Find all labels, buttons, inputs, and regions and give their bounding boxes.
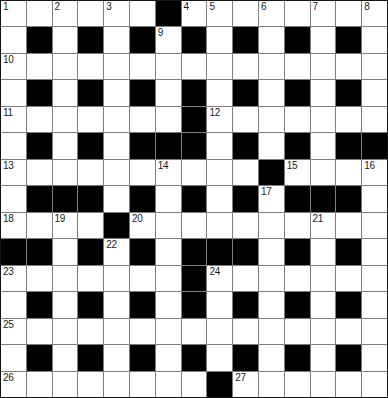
blocked-cell [78,133,103,158]
blocked-cell [130,27,155,52]
clue-number: 3 [106,1,111,13]
letter-cell[interactable] [336,54,361,79]
letter-cell[interactable] [130,54,155,79]
letter-cell[interactable] [156,319,181,344]
letter-cell[interactable] [259,107,284,132]
letter-cell[interactable] [311,372,336,397]
letter-cell[interactable] [104,160,129,185]
letter-cell[interactable] [78,107,103,132]
letter-cell[interactable]: 15 [285,160,310,185]
letter-cell[interactable] [182,372,207,397]
blocked-cell [233,345,258,370]
clue-number: 16 [364,160,375,172]
letter-cell[interactable]: 17 [259,186,284,211]
letter-cell[interactable] [53,80,78,105]
clue-number: 14 [158,160,169,172]
blocked-cell [336,186,361,211]
letter-cell[interactable] [362,292,387,317]
clue-number: 18 [3,213,14,225]
blocked-cell [104,213,129,238]
letter-cell[interactable] [362,107,387,132]
letter-cell[interactable] [156,345,181,370]
letter-cell[interactable] [259,54,284,79]
letter-cell[interactable]: 2 [53,1,78,26]
letter-cell[interactable] [156,372,181,397]
blocked-cell [27,80,52,105]
letter-cell[interactable] [207,345,232,370]
blocked-cell [182,107,207,132]
letter-cell[interactable] [285,372,310,397]
letter-cell[interactable] [311,292,336,317]
blocked-cell [233,133,258,158]
letter-cell[interactable] [259,80,284,105]
letter-cell[interactable]: 7 [311,1,336,26]
letter-cell[interactable]: 26 [1,372,26,397]
blocked-cell [285,186,310,211]
blocked-cell [285,80,310,105]
letter-cell[interactable] [182,160,207,185]
letter-cell[interactable] [233,107,258,132]
letter-cell[interactable] [1,345,26,370]
clue-number: 20 [132,213,143,225]
letter-cell[interactable] [362,372,387,397]
blocked-cell [78,186,103,211]
letter-cell[interactable] [233,54,258,79]
letter-cell[interactable] [259,27,284,52]
letter-cell[interactable] [311,239,336,264]
letter-cell[interactable] [259,292,284,317]
blocked-cell [233,239,258,264]
letter-cell[interactable] [53,345,78,370]
letter-cell[interactable] [285,107,310,132]
blocked-cell [182,266,207,291]
blocked-cell [130,80,155,105]
letter-cell[interactable] [156,266,181,291]
letter-cell[interactable] [336,266,361,291]
letter-cell[interactable] [156,80,181,105]
letter-cell[interactable] [1,186,26,211]
letter-cell[interactable] [156,213,181,238]
letter-cell[interactable] [311,160,336,185]
clue-number: 19 [55,213,66,225]
letter-cell[interactable] [27,213,52,238]
blocked-cell [285,133,310,158]
letter-cell[interactable] [78,54,103,79]
letter-cell[interactable] [259,319,284,344]
letter-cell[interactable] [207,54,232,79]
letter-cell[interactable] [27,266,52,291]
letter-cell[interactable] [130,107,155,132]
letter-cell[interactable] [336,372,361,397]
blocked-cell [336,292,361,317]
blocked-cell [285,292,310,317]
letter-cell[interactable] [285,54,310,79]
letter-cell[interactable] [207,27,232,52]
letter-cell[interactable] [311,266,336,291]
letter-cell[interactable] [336,319,361,344]
letter-cell[interactable] [53,160,78,185]
letter-cell[interactable] [233,319,258,344]
letter-cell[interactable] [311,133,336,158]
clue-number: 12 [209,107,220,119]
letter-cell[interactable] [285,319,310,344]
letter-cell[interactable] [311,27,336,52]
blocked-cell [53,186,78,211]
blocked-cell [182,345,207,370]
blocked-cell [27,292,52,317]
letter-cell[interactable] [53,27,78,52]
letter-cell[interactable] [233,160,258,185]
blocked-cell [311,186,336,211]
letter-cell[interactable]: 6 [259,1,284,26]
blocked-cell [78,80,103,105]
blocked-cell [285,239,310,264]
letter-cell[interactable] [259,213,284,238]
letter-cell[interactable] [207,80,232,105]
letter-cell[interactable]: 1 [1,1,26,26]
letter-cell[interactable]: 20 [130,213,155,238]
letter-cell[interactable] [362,80,387,105]
clue-number: 2 [55,1,60,13]
letter-cell[interactable] [336,213,361,238]
letter-cell[interactable]: 8 [362,1,387,26]
clue-number: 23 [3,266,14,278]
clue-number: 11 [3,107,13,119]
letter-cell[interactable]: 23 [1,266,26,291]
letter-cell[interactable] [104,80,129,105]
letter-cell[interactable] [104,186,129,211]
letter-cell[interactable] [311,319,336,344]
letter-cell[interactable] [104,266,129,291]
letter-cell[interactable] [259,266,284,291]
blocked-cell [259,160,284,185]
clue-number: 15 [287,160,298,172]
blocked-cell [233,27,258,52]
letter-cell[interactable] [156,54,181,79]
blocked-cell [207,372,232,397]
letter-cell[interactable] [362,239,387,264]
letter-cell[interactable] [130,372,155,397]
blocked-cell [156,1,181,26]
letter-cell[interactable] [1,80,26,105]
letter-cell[interactable] [362,319,387,344]
letter-cell[interactable] [207,319,232,344]
letter-cell[interactable] [259,133,284,158]
letter-cell[interactable] [311,107,336,132]
letter-cell[interactable] [53,372,78,397]
letter-cell[interactable] [285,266,310,291]
letter-cell[interactable] [53,133,78,158]
letter-cell[interactable]: 5 [207,1,232,26]
blocked-cell [233,186,258,211]
blocked-cell [336,345,361,370]
clue-number: 10 [3,54,14,66]
letter-cell[interactable] [336,160,361,185]
clue-number: 1 [3,1,8,13]
clue-number: 8 [364,1,369,13]
blocked-cell [182,80,207,105]
blocked-cell [336,239,361,264]
letter-cell[interactable] [156,107,181,132]
blocked-cell [27,186,52,211]
letter-cell[interactable] [78,1,103,26]
clue-number: 27 [235,372,246,384]
letter-cell[interactable] [78,213,103,238]
letter-cell[interactable] [53,107,78,132]
letter-cell[interactable] [311,80,336,105]
blocked-cell [182,186,207,211]
letter-cell[interactable] [104,319,129,344]
letter-cell[interactable]: 21 [311,213,336,238]
letter-cell[interactable] [362,27,387,52]
blocked-cell [182,27,207,52]
blocked-cell [336,133,361,158]
letter-cell[interactable]: 3 [104,1,129,26]
letter-cell[interactable]: 19 [53,213,78,238]
letter-cell[interactable] [27,160,52,185]
letter-cell[interactable]: 27 [233,372,258,397]
blocked-cell [130,292,155,317]
clue-number: 25 [3,319,14,331]
letter-cell[interactable] [362,266,387,291]
letter-cell[interactable] [362,54,387,79]
letter-cell[interactable] [104,372,129,397]
blocked-cell [130,239,155,264]
letter-cell[interactable]: 16 [362,160,387,185]
crossword-grid: 1234567891011121314151617181920212223242… [0,0,388,398]
letter-cell[interactable]: 9 [156,27,181,52]
letter-cell[interactable] [362,213,387,238]
letter-cell[interactable] [1,133,26,158]
blocked-cell [78,239,103,264]
blocked-cell [182,133,207,158]
clue-number: 21 [313,213,324,225]
blocked-cell [27,345,52,370]
blocked-cell [336,27,361,52]
letter-cell[interactable]: 25 [1,319,26,344]
letter-cell[interactable] [130,1,155,26]
blocked-cell [130,186,155,211]
letter-cell[interactable] [104,54,129,79]
letter-cell[interactable] [362,345,387,370]
letter-cell[interactable] [104,133,129,158]
blocked-cell [182,292,207,317]
letter-cell[interactable] [156,292,181,317]
clue-number: 5 [209,1,214,13]
blocked-cell [362,133,387,158]
letter-cell[interactable] [27,1,52,26]
letter-cell[interactable] [259,345,284,370]
letter-cell[interactable] [207,292,232,317]
letter-cell[interactable] [53,239,78,264]
letter-cell[interactable]: 11 [1,107,26,132]
blocked-cell [1,239,26,264]
letter-cell[interactable] [53,319,78,344]
blocked-cell [207,239,232,264]
letter-cell[interactable] [156,239,181,264]
letter-cell[interactable] [259,239,284,264]
letter-cell[interactable] [182,319,207,344]
letter-cell[interactable] [78,319,103,344]
clue-number: 4 [184,1,189,13]
letter-cell[interactable] [207,133,232,158]
letter-cell[interactable] [53,266,78,291]
blocked-cell [78,292,103,317]
letter-cell[interactable]: 4 [182,1,207,26]
letter-cell[interactable] [1,27,26,52]
blocked-cell [285,27,310,52]
clue-number: 7 [313,1,318,13]
letter-cell[interactable] [207,213,232,238]
letter-cell[interactable] [285,1,310,26]
letter-cell[interactable] [207,160,232,185]
clue-number: 13 [3,160,14,172]
letter-cell[interactable] [27,372,52,397]
letter-cell[interactable]: 12 [207,107,232,132]
blocked-cell [130,345,155,370]
blocked-cell [27,239,52,264]
blocked-cell [233,80,258,105]
letter-cell[interactable] [336,1,361,26]
letter-cell[interactable] [130,160,155,185]
letter-cell[interactable] [233,213,258,238]
letter-cell[interactable] [362,186,387,211]
letter-cell[interactable] [259,372,284,397]
letter-cell[interactable] [104,27,129,52]
letter-cell[interactable] [53,54,78,79]
blocked-cell [27,133,52,158]
blocked-cell [78,345,103,370]
letter-cell[interactable]: 13 [1,160,26,185]
letter-cell[interactable] [207,186,232,211]
clue-number: 9 [158,27,163,39]
letter-cell[interactable]: 24 [207,266,232,291]
blocked-cell [285,345,310,370]
blocked-cell [78,27,103,52]
letter-cell[interactable]: 18 [1,213,26,238]
letter-cell[interactable] [233,266,258,291]
letter-cell[interactable] [78,160,103,185]
clue-number: 24 [209,266,220,278]
blocked-cell [336,80,361,105]
letter-cell[interactable] [27,54,52,79]
letter-cell[interactable] [53,292,78,317]
letter-cell[interactable] [311,54,336,79]
letter-cell[interactable] [78,266,103,291]
letter-cell[interactable] [27,319,52,344]
blocked-cell [156,133,181,158]
letter-cell[interactable] [285,213,310,238]
letter-cell[interactable] [27,107,52,132]
blocked-cell [182,239,207,264]
clue-number: 26 [3,372,14,384]
letter-cell[interactable]: 10 [1,54,26,79]
blocked-cell [27,27,52,52]
letter-cell[interactable] [311,345,336,370]
clue-number: 17 [261,186,272,198]
letter-cell[interactable] [78,372,103,397]
letter-cell[interactable] [1,292,26,317]
blocked-cell [233,292,258,317]
clue-number: 22 [106,239,117,251]
clue-number: 6 [261,1,266,13]
letter-cell[interactable]: 14 [156,160,181,185]
letter-cell[interactable] [130,319,155,344]
letter-cell[interactable] [130,266,155,291]
letter-cell[interactable] [104,292,129,317]
letter-cell[interactable] [156,186,181,211]
letter-cell[interactable] [104,345,129,370]
letter-cell[interactable] [336,107,361,132]
letter-cell[interactable] [182,213,207,238]
letter-cell[interactable] [233,1,258,26]
letter-cell[interactable] [182,54,207,79]
letter-cell[interactable] [104,107,129,132]
blocked-cell [130,133,155,158]
letter-cell[interactable]: 22 [104,239,129,264]
